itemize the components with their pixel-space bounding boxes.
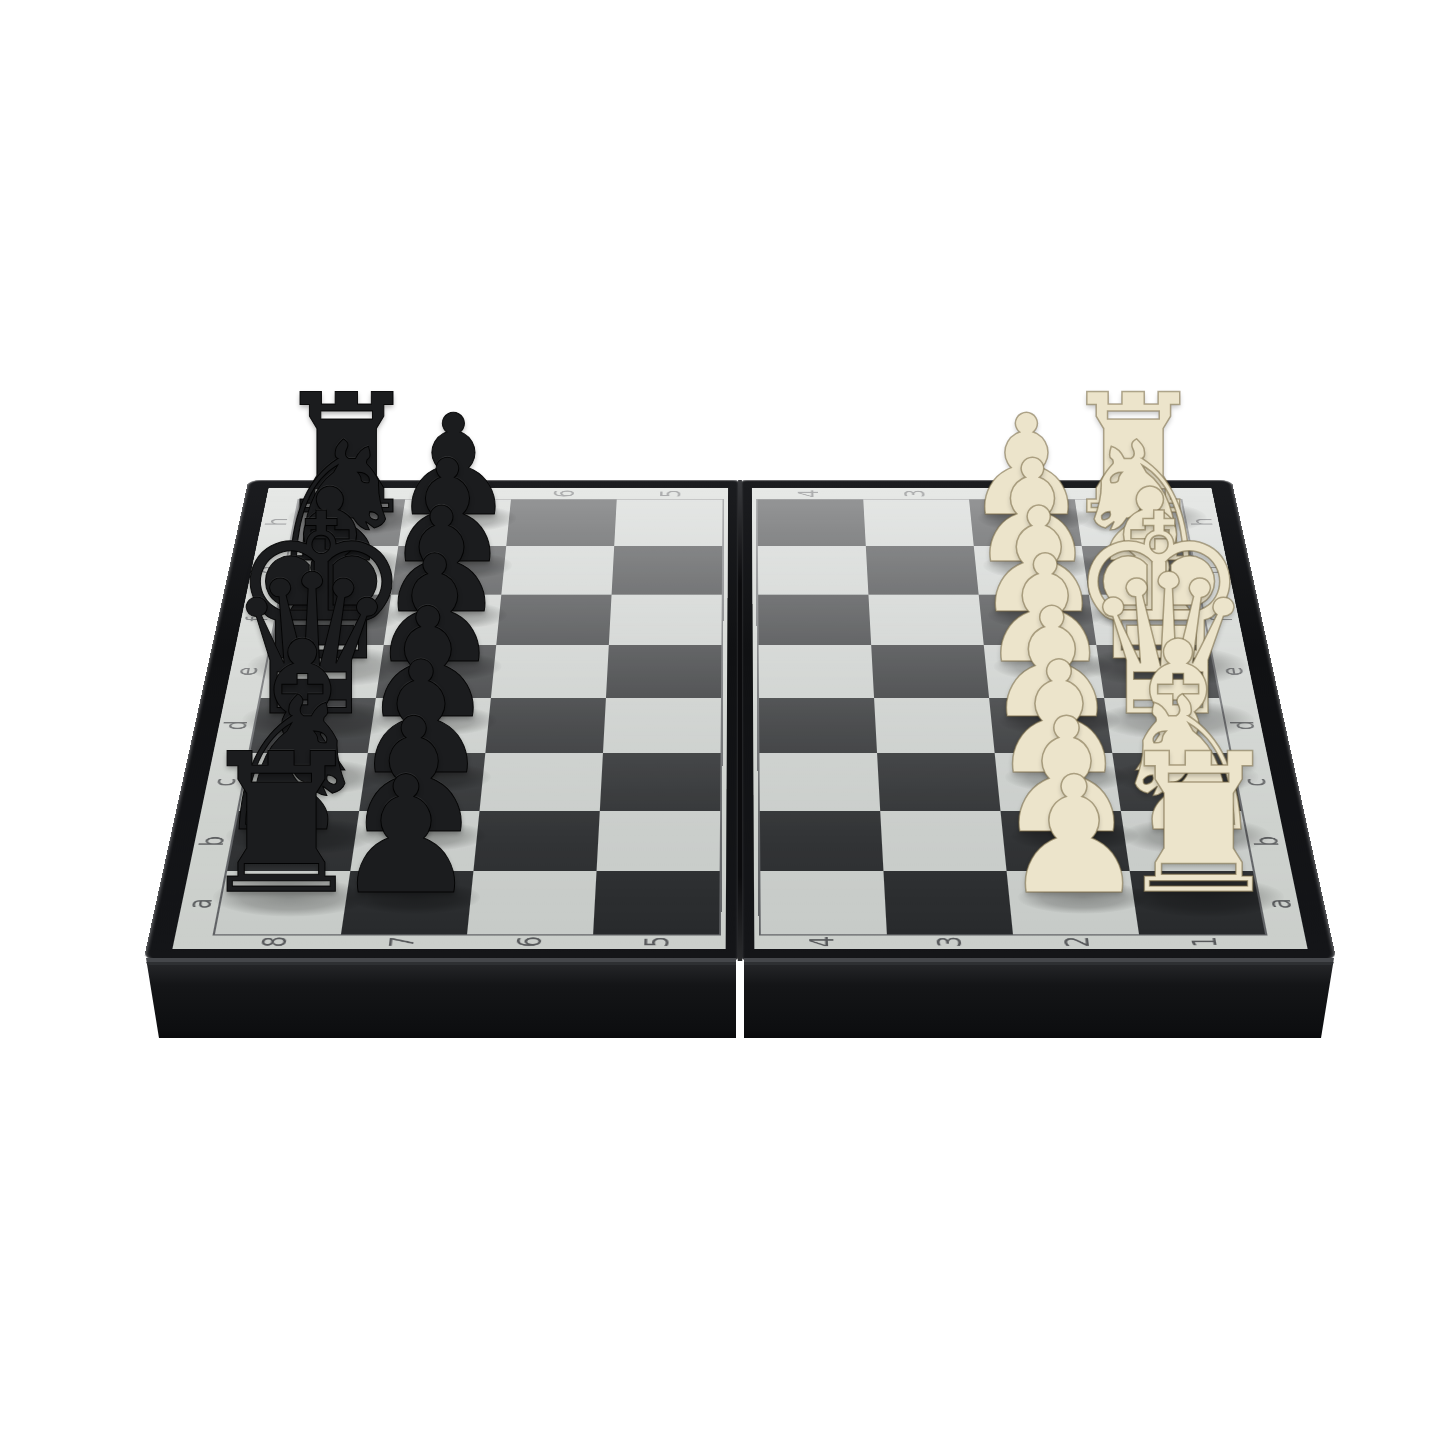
piece-black-pawn-a7[interactable]: ♟ <box>333 755 479 917</box>
chess-set-product-photo: 8765 hgfedcba 8765 4321 hgfedcba 4321 ♜♞… <box>0 0 1445 1445</box>
pieces-layer: ♜♞♝♛♚♝♞♜♟♟♟♟♟♟♟♟♟♟♟♟♟♟♟♟♜♞♝♛♚♝♞♜ <box>0 0 1445 1445</box>
piece-white-rook-a1[interactable]: ♜ <box>1112 728 1285 921</box>
